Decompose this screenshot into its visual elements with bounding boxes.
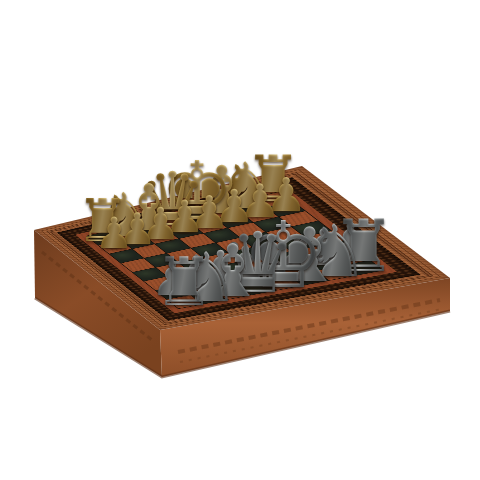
- chess-set-product-photo: ♜♞♝♛♚♝♞♜♟♟♟♟♟♟♟♟♟♟♟♟♟♟♟♟♜♞♝♛♚♝♞♜: [0, 0, 480, 480]
